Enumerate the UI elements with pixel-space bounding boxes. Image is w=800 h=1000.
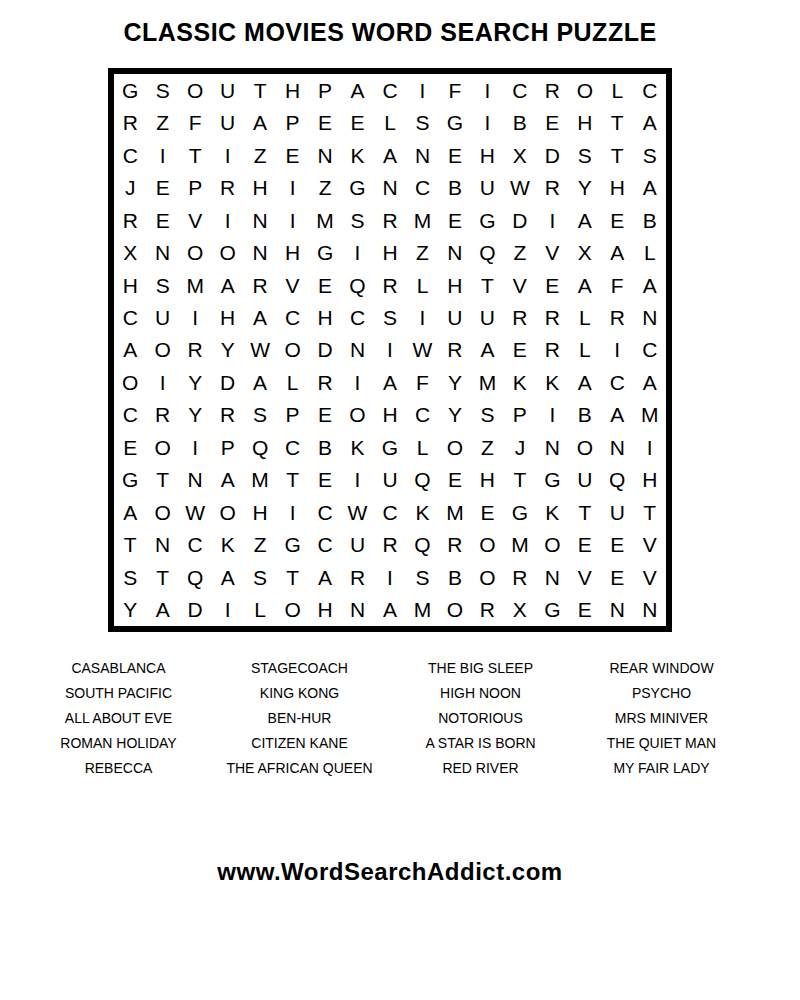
grid-cell[interactable]: T xyxy=(634,496,666,528)
grid-cell[interactable]: R xyxy=(374,529,406,561)
grid-cell[interactable]: L xyxy=(374,106,406,138)
grid-cell[interactable]: N xyxy=(536,561,568,593)
grid-cell[interactable]: Q xyxy=(341,269,373,301)
grid-cell[interactable]: K xyxy=(536,366,568,398)
grid-cell[interactable]: L xyxy=(569,301,601,333)
grid-cell[interactable]: D xyxy=(536,139,568,171)
grid-cell[interactable]: R xyxy=(536,171,568,203)
grid-cell[interactable]: A xyxy=(244,106,276,138)
grid-cell[interactable]: O xyxy=(439,594,471,626)
grid-cell[interactable]: E xyxy=(341,106,373,138)
grid-cell[interactable]: N xyxy=(341,594,373,626)
grid-cell[interactable]: L xyxy=(244,594,276,626)
grid-cell[interactable]: M xyxy=(471,366,503,398)
grid-cell[interactable]: C xyxy=(309,529,341,561)
grid-cell[interactable]: H xyxy=(569,106,601,138)
grid-cell[interactable]: R xyxy=(309,366,341,398)
grid-cell[interactable]: E xyxy=(601,529,633,561)
grid-cell[interactable]: R xyxy=(471,594,503,626)
grid-cell[interactable]: I xyxy=(211,204,243,236)
grid-cell[interactable]: A xyxy=(309,561,341,593)
grid-cell[interactable]: C xyxy=(309,496,341,528)
grid-cell[interactable]: B xyxy=(309,431,341,463)
grid-cell[interactable]: L xyxy=(406,269,438,301)
grid-cell[interactable]: B xyxy=(504,106,536,138)
word-list-item: THE BIG SLEEP xyxy=(390,656,571,681)
grid-cell[interactable]: S xyxy=(634,139,666,171)
grid-cell[interactable]: O xyxy=(471,529,503,561)
grid-cell[interactable]: I xyxy=(211,594,243,626)
grid-cell[interactable]: B xyxy=(439,171,471,203)
grid-cell[interactable]: O xyxy=(114,366,146,398)
grid-cell[interactable]: B xyxy=(439,561,471,593)
grid-cell[interactable]: D xyxy=(504,204,536,236)
grid-cell[interactable]: M xyxy=(309,204,341,236)
grid-cell[interactable]: R xyxy=(146,399,178,431)
grid-cell[interactable]: S xyxy=(406,561,438,593)
grid-cell[interactable]: T xyxy=(276,561,308,593)
grid-cell[interactable]: A xyxy=(374,139,406,171)
grid-cell[interactable]: A xyxy=(569,366,601,398)
grid-cell[interactable]: W xyxy=(406,334,438,366)
grid-cell[interactable]: O xyxy=(179,74,211,106)
grid-cell[interactable]: H xyxy=(471,464,503,496)
grid-cell[interactable]: H xyxy=(374,236,406,268)
grid-cell[interactable]: R xyxy=(504,301,536,333)
grid-cell[interactable]: E xyxy=(569,529,601,561)
grid-cell[interactable]: S xyxy=(341,204,373,236)
grid-cell[interactable]: E xyxy=(601,561,633,593)
grid-cell[interactable]: Y xyxy=(114,594,146,626)
grid-cell[interactable]: E xyxy=(439,464,471,496)
grid-cell[interactable]: N xyxy=(146,529,178,561)
grid-cell[interactable]: B xyxy=(634,204,666,236)
grid-cell[interactable]: O xyxy=(179,236,211,268)
grid-cell[interactable]: C xyxy=(406,399,438,431)
grid-cell[interactable]: A xyxy=(634,171,666,203)
grid-cell[interactable]: Y xyxy=(439,366,471,398)
grid-cell[interactable]: U xyxy=(211,74,243,106)
grid-cell[interactable]: N xyxy=(146,236,178,268)
grid-cell[interactable]: A xyxy=(114,334,146,366)
grid-cell[interactable]: Q xyxy=(406,529,438,561)
grid-cell[interactable]: D xyxy=(211,366,243,398)
grid-cell[interactable]: E xyxy=(309,399,341,431)
grid-cell[interactable]: V xyxy=(276,269,308,301)
grid-cell[interactable]: B xyxy=(569,399,601,431)
grid-cell[interactable]: H xyxy=(309,594,341,626)
grid-cell[interactable]: I xyxy=(146,366,178,398)
grid-cell[interactable]: C xyxy=(114,139,146,171)
grid-cell[interactable]: G xyxy=(341,171,373,203)
grid-cell[interactable]: Y xyxy=(569,171,601,203)
grid-cell[interactable]: J xyxy=(504,431,536,463)
grid-cell[interactable]: I xyxy=(601,334,633,366)
grid-cell[interactable]: O xyxy=(471,561,503,593)
grid-cell[interactable]: P xyxy=(179,171,211,203)
grid-cell[interactable]: X xyxy=(569,236,601,268)
grid-cell[interactable]: I xyxy=(276,204,308,236)
grid-cell[interactable]: N xyxy=(244,236,276,268)
grid-cell[interactable]: O xyxy=(211,236,243,268)
grid-cell[interactable]: I xyxy=(536,204,568,236)
grid-cell[interactable]: Y xyxy=(179,366,211,398)
word-list-item: REAR WINDOW xyxy=(571,656,752,681)
grid-cell[interactable]: C xyxy=(374,74,406,106)
grid-cell[interactable]: A xyxy=(374,594,406,626)
grid-cell[interactable]: Z xyxy=(244,139,276,171)
grid-cell[interactable]: G xyxy=(536,464,568,496)
word-list-item: MRS MINIVER xyxy=(571,706,752,731)
grid-cell[interactable]: A xyxy=(634,366,666,398)
grid-cell[interactable]: M xyxy=(406,204,438,236)
grid-cell[interactable]: K xyxy=(211,529,243,561)
grid-cell[interactable]: V xyxy=(504,269,536,301)
grid-cell[interactable]: C xyxy=(276,301,308,333)
grid-cell[interactable]: L xyxy=(601,74,633,106)
word-list-item: SOUTH PACIFIC xyxy=(28,681,209,706)
grid-cell[interactable]: M xyxy=(439,496,471,528)
grid-cell[interactable]: J xyxy=(114,171,146,203)
grid-cell[interactable]: Z xyxy=(471,431,503,463)
grid-cell[interactable]: Q xyxy=(471,236,503,268)
grid-cell[interactable]: S xyxy=(244,561,276,593)
grid-cell[interactable]: K xyxy=(341,431,373,463)
grid-cell[interactable]: X xyxy=(504,594,536,626)
grid-cell[interactable]: R xyxy=(439,529,471,561)
grid-cell[interactable]: H xyxy=(114,269,146,301)
grid-cell[interactable]: T xyxy=(601,139,633,171)
grid-cell[interactable]: G xyxy=(439,106,471,138)
grid-cell[interactable]: E xyxy=(276,139,308,171)
grid-cell[interactable]: N xyxy=(601,431,633,463)
grid-cell[interactable]: A xyxy=(341,74,373,106)
grid-cell[interactable]: C xyxy=(634,74,666,106)
grid-cell[interactable]: G xyxy=(114,74,146,106)
grid-cell[interactable]: U xyxy=(439,301,471,333)
grid-cell[interactable]: T xyxy=(601,106,633,138)
grid-cell[interactable]: A xyxy=(569,269,601,301)
grid-cell[interactable]: G xyxy=(309,236,341,268)
grid-cell[interactable]: T xyxy=(114,529,146,561)
grid-cell[interactable]: H xyxy=(439,269,471,301)
grid-cell[interactable]: P xyxy=(309,74,341,106)
grid-cell[interactable]: O xyxy=(341,399,373,431)
grid-cell[interactable]: H xyxy=(244,496,276,528)
grid-cell[interactable]: Z xyxy=(504,236,536,268)
grid-cell[interactable]: N xyxy=(601,594,633,626)
grid-cell[interactable]: G xyxy=(374,431,406,463)
grid-cell[interactable]: M xyxy=(244,464,276,496)
grid-cell[interactable]: S xyxy=(374,301,406,333)
grid-cell[interactable]: C xyxy=(601,366,633,398)
grid-cell[interactable]: C xyxy=(179,529,211,561)
grid-cell[interactable]: H xyxy=(374,399,406,431)
grid-cell[interactable]: W xyxy=(341,496,373,528)
grid-cell[interactable]: E xyxy=(504,334,536,366)
grid-cell[interactable]: W xyxy=(504,171,536,203)
grid-cell[interactable]: U xyxy=(146,301,178,333)
grid-cell[interactable]: N xyxy=(634,301,666,333)
grid-cell[interactable]: E xyxy=(471,496,503,528)
grid-cell[interactable]: I xyxy=(471,106,503,138)
grid-cell[interactable]: E xyxy=(569,594,601,626)
grid-cell[interactable]: A xyxy=(634,106,666,138)
grid-cell[interactable]: R xyxy=(211,399,243,431)
grid-cell[interactable]: V xyxy=(634,529,666,561)
grid-cell[interactable]: A xyxy=(244,301,276,333)
grid-cell[interactable]: E xyxy=(309,269,341,301)
grid-cell[interactable]: V xyxy=(179,204,211,236)
grid-cell[interactable]: M xyxy=(179,269,211,301)
grid-cell[interactable]: T xyxy=(471,269,503,301)
grid-cell[interactable]: C xyxy=(276,431,308,463)
grid-cell[interactable]: M xyxy=(406,594,438,626)
grid-cell[interactable]: E xyxy=(536,106,568,138)
grid-cell[interactable]: P xyxy=(276,399,308,431)
grid-cell[interactable]: C xyxy=(341,301,373,333)
grid-cell[interactable]: G xyxy=(536,594,568,626)
grid-cell[interactable]: H xyxy=(471,139,503,171)
grid-cell[interactable]: I xyxy=(276,496,308,528)
grid-cell[interactable]: I xyxy=(536,399,568,431)
grid-cell[interactable]: U xyxy=(211,106,243,138)
word-list-column: REAR WINDOWPSYCHOMRS MINIVERTHE QUIET MA… xyxy=(571,656,752,781)
grid-cell[interactable]: U xyxy=(471,171,503,203)
grid-cell[interactable]: A xyxy=(601,399,633,431)
grid-cell[interactable]: A xyxy=(601,236,633,268)
grid-cell[interactable]: W xyxy=(244,334,276,366)
grid-cell[interactable]: T xyxy=(146,561,178,593)
grid-cell[interactable]: I xyxy=(211,139,243,171)
grid-cell[interactable]: G xyxy=(276,529,308,561)
grid-cell[interactable]: N xyxy=(341,334,373,366)
grid-cell[interactable]: V xyxy=(569,561,601,593)
word-list-item: THE QUIET MAN xyxy=(571,731,752,756)
grid-cell[interactable]: I xyxy=(341,366,373,398)
grid-cell[interactable]: Y xyxy=(179,399,211,431)
grid-cell[interactable]: W xyxy=(179,496,211,528)
grid-cell[interactable]: A xyxy=(211,464,243,496)
grid-cell[interactable]: E xyxy=(439,139,471,171)
grid-cell[interactable]: Q xyxy=(406,464,438,496)
grid-cell[interactable]: O xyxy=(276,594,308,626)
grid-cell[interactable]: R xyxy=(211,171,243,203)
grid-cell[interactable]: R xyxy=(114,106,146,138)
grid-cell[interactable]: F xyxy=(179,106,211,138)
grid-cell[interactable]: K xyxy=(341,139,373,171)
grid-cell[interactable]: O xyxy=(146,496,178,528)
grid-cell[interactable]: P xyxy=(504,399,536,431)
grid-cell[interactable]: A xyxy=(471,334,503,366)
grid-cell[interactable]: R xyxy=(536,334,568,366)
grid-cell[interactable]: E xyxy=(146,204,178,236)
grid-cell[interactable]: N xyxy=(309,139,341,171)
grid-cell[interactable]: E xyxy=(146,171,178,203)
grid-cell[interactable]: C xyxy=(504,74,536,106)
grid-cell[interactable]: L xyxy=(276,366,308,398)
grid-cell[interactable]: L xyxy=(634,236,666,268)
grid-cell[interactable]: S xyxy=(569,139,601,171)
grid-cell[interactable]: A xyxy=(146,594,178,626)
grid-cell[interactable]: E xyxy=(536,269,568,301)
word-list-item: PSYCHO xyxy=(571,681,752,706)
grid-cell[interactable]: Z xyxy=(406,236,438,268)
grid-cell[interactable]: S xyxy=(244,399,276,431)
grid-cell[interactable]: G xyxy=(114,464,146,496)
grid-cell[interactable]: H xyxy=(309,301,341,333)
grid-cell[interactable]: A xyxy=(211,269,243,301)
grid-cell[interactable]: C xyxy=(374,496,406,528)
grid-cell[interactable]: I xyxy=(471,74,503,106)
grid-cell[interactable]: D xyxy=(179,594,211,626)
grid-cell[interactable]: H xyxy=(276,74,308,106)
grid-cell[interactable]: R xyxy=(374,204,406,236)
grid-cell[interactable]: R xyxy=(504,561,536,593)
grid-cell[interactable]: R xyxy=(374,269,406,301)
grid-cell[interactable]: I xyxy=(146,139,178,171)
grid-cell[interactable]: S xyxy=(146,269,178,301)
word-list-item: REBECCA xyxy=(28,756,209,781)
grid-cell[interactable]: E xyxy=(309,464,341,496)
grid-cell[interactable]: O xyxy=(276,334,308,366)
grid-cell[interactable]: R xyxy=(536,74,568,106)
grid-cell[interactable]: A xyxy=(114,496,146,528)
grid-cell[interactable]: O xyxy=(211,496,243,528)
grid-cell[interactable]: I xyxy=(374,334,406,366)
grid-cell[interactable]: O xyxy=(146,334,178,366)
grid-cell[interactable]: S xyxy=(406,106,438,138)
grid-cell[interactable]: Z xyxy=(146,106,178,138)
grid-cell[interactable]: H xyxy=(211,301,243,333)
grid-cell[interactable]: H xyxy=(634,464,666,496)
grid-cell[interactable]: O xyxy=(439,431,471,463)
word-list-item: HIGH NOON xyxy=(390,681,571,706)
grid-cell[interactable]: L xyxy=(569,334,601,366)
grid-cell[interactable]: A xyxy=(634,269,666,301)
grid-cell[interactable]: G xyxy=(471,204,503,236)
grid-cell[interactable]: I xyxy=(374,561,406,593)
grid-cell[interactable]: K xyxy=(504,366,536,398)
grid-cell[interactable]: T xyxy=(244,74,276,106)
grid-cell[interactable]: T xyxy=(569,496,601,528)
grid-cell[interactable]: H xyxy=(276,236,308,268)
grid-cell[interactable]: Z xyxy=(244,529,276,561)
grid-cell[interactable]: I xyxy=(276,171,308,203)
grid-cell[interactable]: I xyxy=(634,431,666,463)
grid-cell[interactable]: K xyxy=(536,496,568,528)
grid-cell[interactable]: A xyxy=(374,366,406,398)
grid-cell[interactable]: O xyxy=(146,431,178,463)
grid-cell[interactable]: X xyxy=(114,236,146,268)
grid-cell[interactable]: U xyxy=(341,529,373,561)
grid-cell[interactable]: H xyxy=(601,171,633,203)
grid-cell[interactable]: E xyxy=(439,204,471,236)
grid-cell[interactable]: Y xyxy=(211,334,243,366)
grid-cell[interactable]: P xyxy=(276,106,308,138)
grid-cell[interactable]: T xyxy=(504,464,536,496)
puzzle-title: CLASSIC MOVIES WORD SEARCH PUZZLE xyxy=(0,18,780,47)
grid-cell[interactable]: X xyxy=(504,139,536,171)
grid-cell[interactable]: C xyxy=(406,171,438,203)
grid-cell[interactable]: G xyxy=(504,496,536,528)
grid-cell[interactable]: O xyxy=(536,529,568,561)
grid-cell[interactable]: I xyxy=(341,236,373,268)
grid-cell[interactable]: T xyxy=(276,464,308,496)
grid-cell[interactable]: O xyxy=(569,431,601,463)
grid-cell[interactable]: S xyxy=(114,561,146,593)
grid-cell[interactable]: Q xyxy=(179,561,211,593)
grid-cell[interactable]: L xyxy=(406,431,438,463)
grid-cell[interactable]: F xyxy=(601,269,633,301)
grid-cell[interactable]: I xyxy=(341,464,373,496)
grid-cell[interactable]: V xyxy=(634,561,666,593)
grid-cell[interactable]: A xyxy=(569,204,601,236)
grid-cell[interactable]: I xyxy=(406,301,438,333)
grid-cell[interactable]: R xyxy=(439,334,471,366)
grid-cell[interactable]: Q xyxy=(601,464,633,496)
grid-cell[interactable]: N xyxy=(536,431,568,463)
grid-cell[interactable]: T xyxy=(179,139,211,171)
grid-cell[interactable]: F xyxy=(439,74,471,106)
grid-cell[interactable]: M xyxy=(504,529,536,561)
grid-cell[interactable]: A xyxy=(211,561,243,593)
grid-cell[interactable]: R xyxy=(341,561,373,593)
grid-cell[interactable]: N xyxy=(406,139,438,171)
grid-cell[interactable]: E xyxy=(114,431,146,463)
grid-cell[interactable]: C xyxy=(114,301,146,333)
grid-cell[interactable]: V xyxy=(536,236,568,268)
grid-cell[interactable]: A xyxy=(244,366,276,398)
grid-cell[interactable]: R xyxy=(601,301,633,333)
grid-cell[interactable]: Q xyxy=(244,431,276,463)
grid-cell[interactable]: U xyxy=(374,464,406,496)
grid-cell[interactable]: M xyxy=(634,399,666,431)
grid-cell[interactable]: S xyxy=(146,74,178,106)
grid-cell[interactable]: N xyxy=(374,171,406,203)
grid-cell[interactable]: C xyxy=(634,334,666,366)
grid-cell[interactable]: T xyxy=(146,464,178,496)
grid-cell[interactable]: I xyxy=(179,431,211,463)
grid-cell[interactable]: D xyxy=(309,334,341,366)
grid-cell[interactable]: Z xyxy=(309,171,341,203)
grid-cell[interactable]: N xyxy=(244,204,276,236)
grid-cell[interactable]: N xyxy=(634,594,666,626)
grid-cell[interactable]: F xyxy=(406,366,438,398)
grid-cell[interactable]: R xyxy=(244,269,276,301)
grid-cell[interactable]: E xyxy=(309,106,341,138)
grid-cell[interactable]: K xyxy=(406,496,438,528)
grid-cell[interactable]: S xyxy=(471,399,503,431)
grid-cell[interactable]: R xyxy=(179,334,211,366)
grid-cell[interactable]: E xyxy=(601,204,633,236)
grid-cell[interactable]: P xyxy=(211,431,243,463)
grid-cell[interactable]: I xyxy=(406,74,438,106)
grid-cell[interactable]: Y xyxy=(439,399,471,431)
grid-cell[interactable]: N xyxy=(179,464,211,496)
grid-cell[interactable]: U xyxy=(601,496,633,528)
grid-cell[interactable]: O xyxy=(569,74,601,106)
grid-cell[interactable]: C xyxy=(114,399,146,431)
grid-cell[interactable]: U xyxy=(569,464,601,496)
word-list-item: BEN-HUR xyxy=(209,706,390,731)
grid-cell[interactable]: H xyxy=(244,171,276,203)
grid-cell[interactable]: N xyxy=(439,236,471,268)
grid-cell[interactable]: I xyxy=(179,301,211,333)
grid-cell[interactable]: R xyxy=(114,204,146,236)
grid-cell[interactable]: U xyxy=(471,301,503,333)
grid-cell[interactable]: R xyxy=(536,301,568,333)
